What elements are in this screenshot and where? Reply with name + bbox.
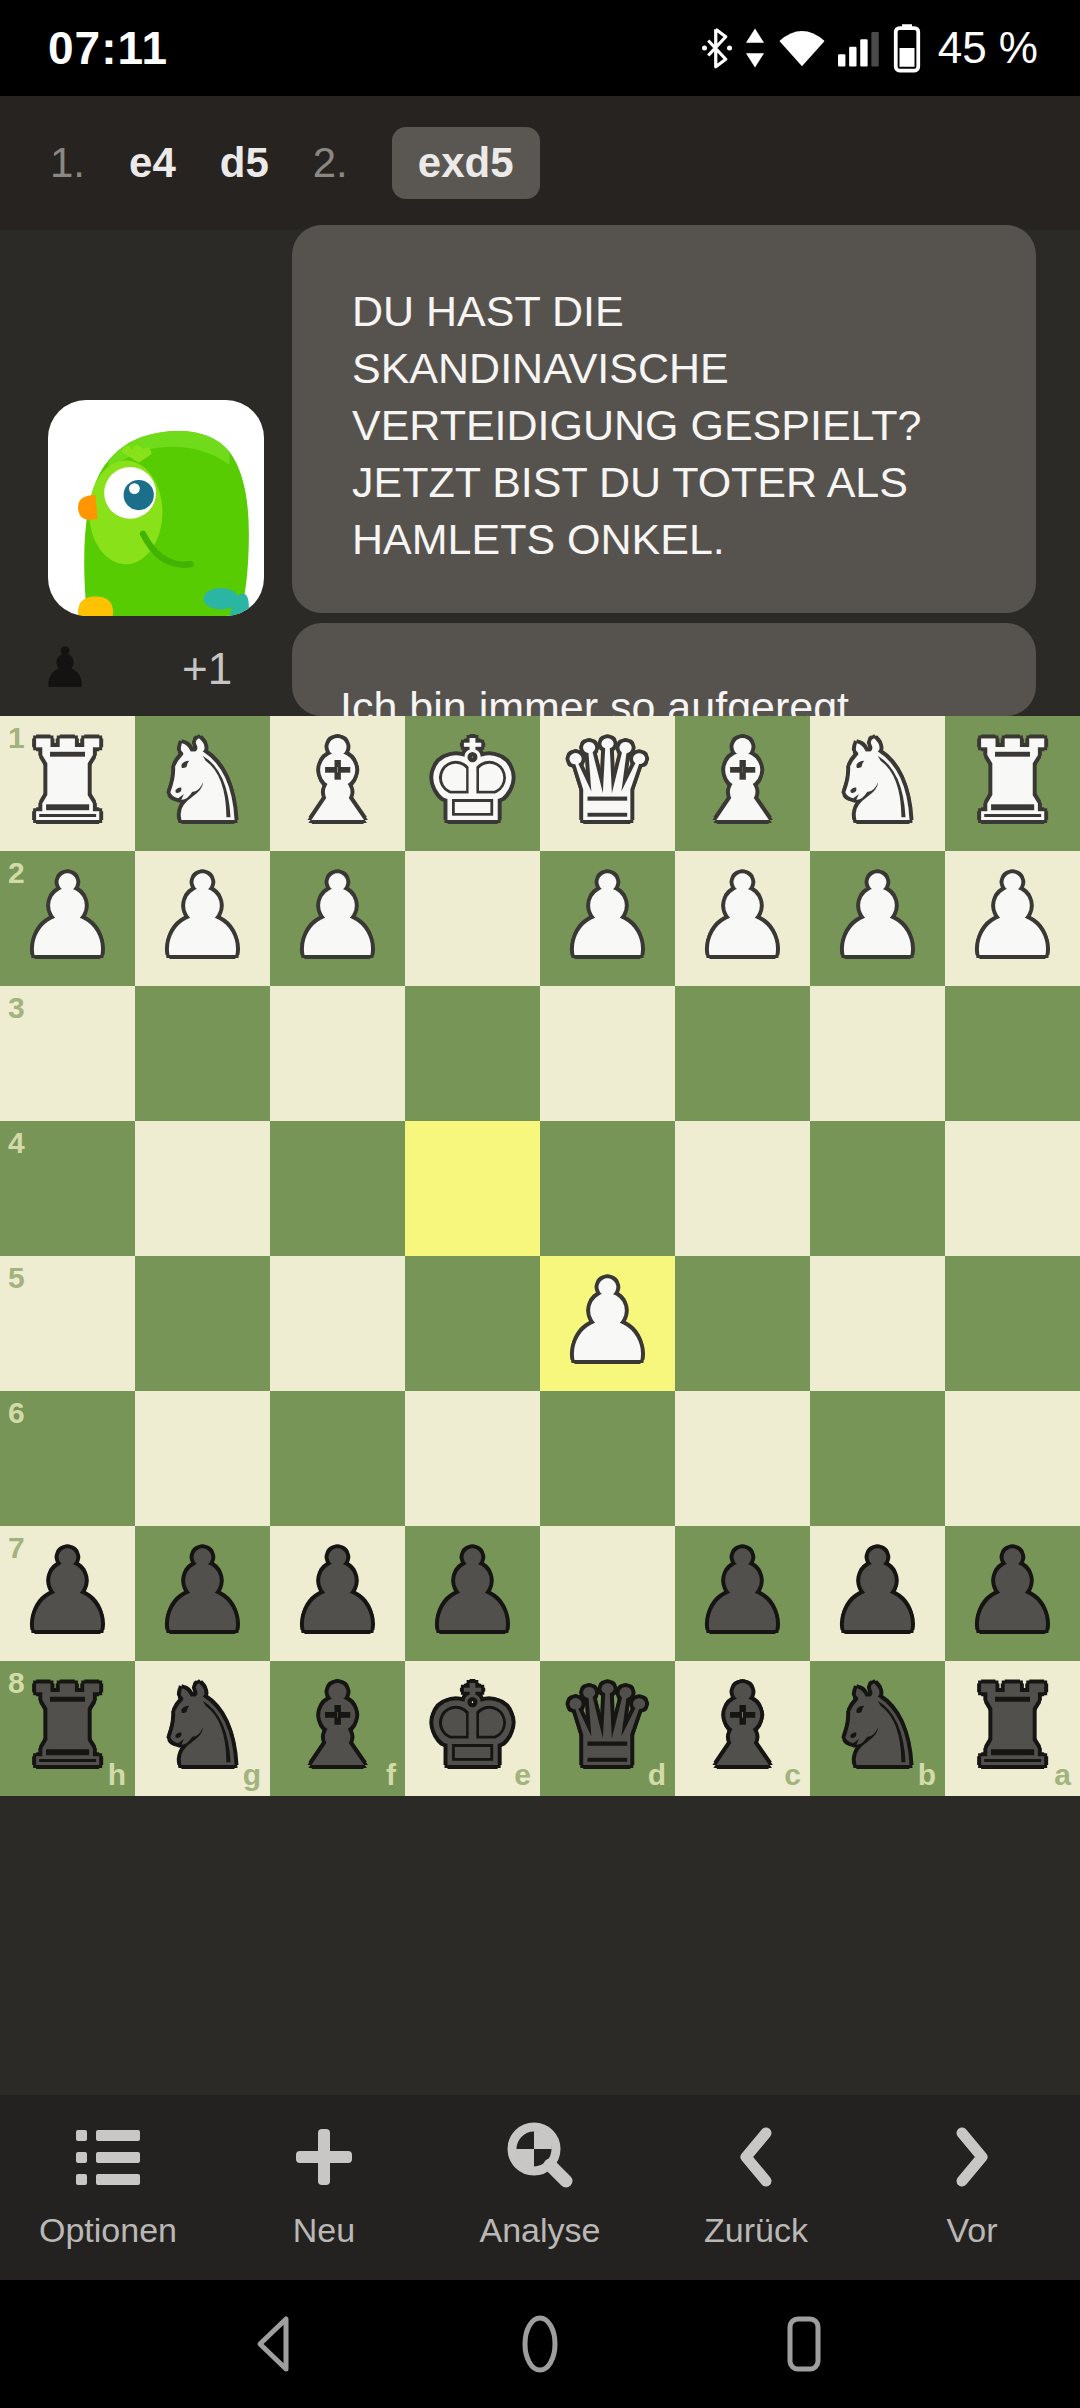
bot-chat-text-2: Ich bin immer so aufgeregt	[340, 679, 990, 716]
file-label-f: f	[386, 1758, 396, 1792]
white-queen[interactable]: ♛	[540, 716, 675, 851]
square-h2[interactable]: ♟2	[0, 851, 135, 986]
bot-chat-text: DU HAST DIE SKANDINAVISCHE VERTEIDIGUNG …	[352, 283, 956, 568]
white-knight[interactable]: ♞	[810, 716, 945, 851]
square-c3[interactable]	[675, 986, 810, 1121]
move-number: 1.	[50, 139, 85, 187]
square-b3[interactable]	[810, 986, 945, 1121]
square-g6[interactable]	[135, 1391, 270, 1526]
duolingo-owl-avatar[interactable]	[48, 400, 264, 616]
options-label: Optionen	[39, 2211, 177, 2250]
file-label-b: b	[918, 1758, 936, 1792]
square-f4[interactable]	[270, 1121, 405, 1256]
square-a5[interactable]	[945, 1256, 1080, 1391]
square-h3[interactable]: 3	[0, 986, 135, 1121]
lower-spacer	[0, 1796, 1080, 2095]
square-b8[interactable]: ♞b	[810, 1661, 945, 1796]
clock: 07:11	[48, 21, 168, 75]
bottom-toolbar: Optionen Neu Analyse Zurüc	[0, 2095, 1080, 2280]
bot-chat-bubble-2: Ich bin immer so aufgeregt	[292, 623, 1036, 716]
square-c8[interactable]: ♝c	[675, 1661, 810, 1796]
square-b5[interactable]	[810, 1256, 945, 1391]
chevron-left-icon	[736, 2119, 776, 2195]
back-move-button[interactable]: Zurück	[648, 2095, 864, 2280]
new-game-button[interactable]: Neu	[216, 2095, 432, 2280]
battery-percent: 45 %	[938, 23, 1038, 73]
move-exd5-current[interactable]: exd5	[392, 127, 540, 199]
square-b1[interactable]: ♞	[810, 716, 945, 851]
square-e7[interactable]: ♟	[405, 1526, 540, 1661]
square-g5[interactable]	[135, 1256, 270, 1391]
move-d5[interactable]: d5	[220, 139, 269, 187]
square-d2[interactable]: ♟	[540, 851, 675, 986]
white-king[interactable]: ♚	[405, 716, 540, 851]
forward-move-button[interactable]: Vor	[864, 2095, 1080, 2280]
black-pawn[interactable]: ♟	[945, 1526, 1080, 1661]
analysis-button[interactable]: Analyse	[432, 2095, 648, 2280]
white-pawn[interactable]: ♟	[945, 851, 1080, 986]
file-label-e: e	[514, 1758, 531, 1792]
square-f8[interactable]: ♝f	[270, 1661, 405, 1796]
white-pawn[interactable]: ♟	[540, 851, 675, 986]
square-d5[interactable]: ♟	[540, 1256, 675, 1391]
chess-app-screen: 07:11	[0, 0, 1080, 2408]
chess-board[interactable]: ♜1♞♝♚♛♝♞♜♟2♟♟♟♟♟♟345♟6♟7♟♟♟♟♟♟♜8h♞g♝f♚e♛…	[0, 716, 1080, 1796]
square-h6[interactable]: 6	[0, 1391, 135, 1526]
square-e1[interactable]: ♚	[405, 716, 540, 851]
analysis-magnifier-icon	[502, 2119, 578, 2195]
square-d4[interactable]	[540, 1121, 675, 1256]
rank-label-1: 1	[8, 721, 25, 755]
rank-label-3: 3	[8, 991, 25, 1025]
chevron-right-icon	[952, 2119, 992, 2195]
white-rook[interactable]: ♜	[945, 716, 1080, 851]
square-e2[interactable]	[405, 851, 540, 986]
square-f3[interactable]	[270, 986, 405, 1121]
square-e4[interactable]	[405, 1121, 540, 1256]
home-circle-icon[interactable]	[512, 2312, 568, 2376]
white-pawn[interactable]: ♟	[270, 851, 405, 986]
square-b6[interactable]	[810, 1391, 945, 1526]
square-a2[interactable]: ♟	[945, 851, 1080, 986]
square-c6[interactable]	[675, 1391, 810, 1526]
signal-icon	[838, 28, 880, 68]
game-header-area: 1. e4 d5 2. exd5 DU HAST DIE SKANDINAVIS…	[0, 96, 1080, 716]
file-label-c: c	[784, 1758, 801, 1792]
captured-pawn-icon: ♟	[40, 636, 90, 700]
square-h4[interactable]: 4	[0, 1121, 135, 1256]
square-f2[interactable]: ♟	[270, 851, 405, 986]
square-g8[interactable]: ♞g	[135, 1661, 270, 1796]
file-label-d: d	[648, 1758, 666, 1792]
black-pawn[interactable]: ♟	[675, 1526, 810, 1661]
square-c7[interactable]: ♟	[675, 1526, 810, 1661]
forward-move-label: Vor	[946, 2211, 997, 2250]
battery-icon	[892, 23, 922, 73]
black-pawn[interactable]: ♟	[405, 1526, 540, 1661]
white-bishop[interactable]: ♝	[675, 716, 810, 851]
bot-chat-bubble: DU HAST DIE SKANDINAVISCHE VERTEIDIGUNG …	[292, 225, 1036, 613]
square-b7[interactable]: ♟	[810, 1526, 945, 1661]
square-f5[interactable]	[270, 1256, 405, 1391]
square-a4[interactable]	[945, 1121, 1080, 1256]
white-pawn[interactable]: ♟	[675, 851, 810, 986]
black-pawn[interactable]: ♟	[135, 1526, 270, 1661]
data-arrows-icon	[744, 26, 766, 70]
square-g7[interactable]: ♟	[135, 1526, 270, 1661]
square-a6[interactable]	[945, 1391, 1080, 1526]
back-triangle-icon[interactable]	[248, 2312, 304, 2376]
black-bishop[interactable]: ♝	[270, 1661, 405, 1796]
rank-label-5: 5	[8, 1261, 25, 1295]
rank-label-6: 6	[8, 1396, 25, 1430]
captured-pieces: ♟ +1	[40, 636, 260, 706]
square-c1[interactable]: ♝	[675, 716, 810, 851]
square-a7[interactable]: ♟	[945, 1526, 1080, 1661]
square-g3[interactable]	[135, 986, 270, 1121]
white-bishop[interactable]: ♝	[270, 716, 405, 851]
square-e3[interactable]	[405, 986, 540, 1121]
white-pawn[interactable]: ♟	[810, 851, 945, 986]
square-b4[interactable]	[810, 1121, 945, 1256]
square-f6[interactable]	[270, 1391, 405, 1526]
square-d7[interactable]	[540, 1526, 675, 1661]
square-f1[interactable]: ♝	[270, 716, 405, 851]
bluetooth-icon	[702, 26, 732, 70]
square-c4[interactable]	[675, 1121, 810, 1256]
square-e6[interactable]	[405, 1391, 540, 1526]
options-button[interactable]: Optionen	[0, 2095, 216, 2280]
rank-label-7: 7	[8, 1531, 25, 1565]
white-knight[interactable]: ♞	[135, 716, 270, 851]
black-pawn[interactable]: ♟	[270, 1526, 405, 1661]
file-label-g: g	[243, 1758, 261, 1792]
square-d6[interactable]	[540, 1391, 675, 1526]
options-list-icon	[76, 2119, 140, 2195]
square-a3[interactable]	[945, 986, 1080, 1121]
white-pawn[interactable]: ♟	[135, 851, 270, 986]
back-move-label: Zurück	[704, 2211, 808, 2250]
square-h5[interactable]: 5	[0, 1256, 135, 1391]
square-f7[interactable]: ♟	[270, 1526, 405, 1661]
square-h8[interactable]: ♜8h	[0, 1661, 135, 1796]
square-b2[interactable]: ♟	[810, 851, 945, 986]
square-d1[interactable]: ♛	[540, 716, 675, 851]
status-bar: 07:11	[0, 0, 1080, 96]
square-d8[interactable]: ♛d	[540, 1661, 675, 1796]
recents-square-icon[interactable]	[776, 2312, 832, 2376]
square-e8[interactable]: ♚e	[405, 1661, 540, 1796]
android-nav-bar	[0, 2280, 1080, 2408]
white-pawn[interactable]: ♟	[540, 1256, 675, 1391]
square-c5[interactable]	[675, 1256, 810, 1391]
analysis-label: Analyse	[480, 2211, 601, 2250]
material-advantage: +1	[182, 644, 232, 694]
square-g1[interactable]: ♞	[135, 716, 270, 851]
file-label-a: a	[1054, 1758, 1071, 1792]
move-list: 1. e4 d5 2. exd5	[0, 96, 1080, 230]
move-number: 2.	[313, 139, 348, 187]
square-h1[interactable]: ♜1	[0, 716, 135, 851]
black-pawn[interactable]: ♟	[810, 1526, 945, 1661]
square-a8[interactable]: ♜a	[945, 1661, 1080, 1796]
new-game-label: Neu	[293, 2211, 355, 2250]
square-g4[interactable]	[135, 1121, 270, 1256]
status-icons: 45 %	[702, 23, 1038, 73]
plus-icon	[296, 2119, 352, 2195]
file-label-h: h	[108, 1758, 126, 1792]
square-c2[interactable]: ♟	[675, 851, 810, 986]
rank-label-4: 4	[8, 1126, 25, 1160]
square-g2[interactable]: ♟	[135, 851, 270, 986]
wifi-icon	[778, 28, 826, 68]
square-h7[interactable]: ♟7	[0, 1526, 135, 1661]
move-e4[interactable]: e4	[129, 139, 176, 187]
rank-label-8: 8	[8, 1666, 25, 1700]
square-d3[interactable]	[540, 986, 675, 1121]
square-a1[interactable]: ♜	[945, 716, 1080, 851]
rank-label-2: 2	[8, 856, 25, 890]
square-e5[interactable]	[405, 1256, 540, 1391]
